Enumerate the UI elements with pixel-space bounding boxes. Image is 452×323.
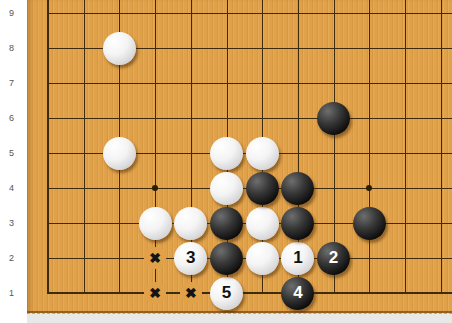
stone-white-D3 <box>139 207 172 240</box>
row-label-8: 8 <box>0 42 14 54</box>
star-point-D4 <box>152 185 158 191</box>
x-mark-D1: ✖ <box>144 282 166 304</box>
stone-white-G3 <box>246 207 279 240</box>
row-label-4: 4 <box>0 182 14 194</box>
coordinate-gutter: 123456789 <box>0 0 26 323</box>
move-number-label: 1 <box>293 248 302 268</box>
x-mark-D2: ✖ <box>144 247 166 269</box>
move-number-label: 3 <box>186 248 195 268</box>
stone-white-E3 <box>174 207 207 240</box>
stone-white-F1: 5 <box>210 277 243 310</box>
stone-white-C8 <box>103 32 136 65</box>
go-board[interactable]: 31524✖✖✖ <box>27 0 452 313</box>
move-number-label: 5 <box>222 283 231 303</box>
move-number-label: 4 <box>293 283 302 303</box>
stone-white-G2 <box>246 242 279 275</box>
row-label-5: 5 <box>0 147 14 159</box>
grid-line-horizontal-1 <box>47 292 452 294</box>
row-label-3: 3 <box>0 217 14 229</box>
move-number-label: 2 <box>329 248 338 268</box>
star-point-K4 <box>366 185 372 191</box>
stone-black-F2 <box>210 242 243 275</box>
grid-line-horizontal-7 <box>47 83 452 84</box>
grid-line-vertical-K <box>369 0 370 294</box>
stone-white-H2: 1 <box>281 242 314 275</box>
stone-black-K3 <box>353 207 386 240</box>
stone-black-F3 <box>210 207 243 240</box>
go-diagram-screenshot: 31524✖✖✖ 123456789 <box>0 0 452 323</box>
grid-line-vertical-M <box>441 0 442 294</box>
grid-line-horizontal-9 <box>47 13 452 14</box>
board-bottom-edge <box>27 313 452 323</box>
stone-black-J2: 2 <box>317 242 350 275</box>
stone-black-H4 <box>281 172 314 205</box>
stone-white-F5 <box>210 137 243 170</box>
grid-line-vertical-B <box>84 0 85 294</box>
row-label-9: 9 <box>0 7 14 19</box>
row-label-2: 2 <box>0 252 14 264</box>
stone-black-H1: 4 <box>281 277 314 310</box>
grid-line-horizontal-6 <box>47 118 452 119</box>
row-label-1: 1 <box>0 287 14 299</box>
grid-line-vertical-A <box>47 0 49 294</box>
stone-white-G5 <box>246 137 279 170</box>
x-mark-E1: ✖ <box>180 282 202 304</box>
stone-black-G4 <box>246 172 279 205</box>
stone-black-H3 <box>281 207 314 240</box>
stone-white-C5 <box>103 137 136 170</box>
row-label-7: 7 <box>0 77 14 89</box>
stone-white-E2: 3 <box>174 242 207 275</box>
grid-line-vertical-L <box>405 0 406 294</box>
row-label-6: 6 <box>0 112 14 124</box>
stone-black-J6 <box>317 102 350 135</box>
stone-white-F4 <box>210 172 243 205</box>
